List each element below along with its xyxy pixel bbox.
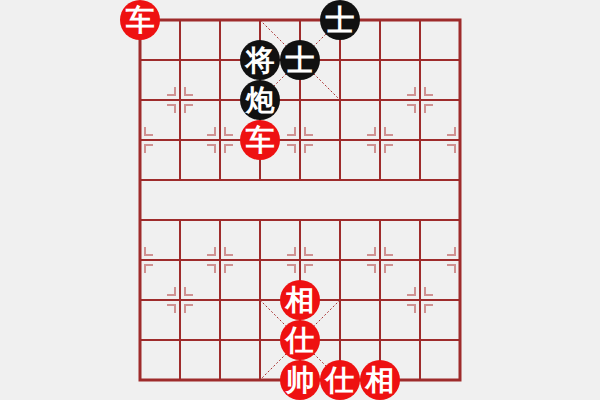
xiangqi-board: 车士将士炮车相仕帅仕相 (120, 0, 480, 400)
piece-grid: 车士将士炮车相仕帅仕相 (120, 0, 480, 400)
black-advisor-piece[interactable]: 士 (280, 40, 320, 80)
black-cannon-piece[interactable]: 炮 (240, 80, 280, 120)
black-general-piece[interactable]: 将 (240, 40, 280, 80)
red-king-piece[interactable]: 帅 (280, 360, 320, 400)
red-elephant-piece[interactable]: 相 (280, 280, 320, 320)
red-advisor-piece[interactable]: 仕 (320, 360, 360, 400)
red-elephant-piece[interactable]: 相 (360, 360, 400, 400)
xiangqi-app: 车士将士炮车相仕帅仕相 (0, 0, 600, 400)
red-chariot-piece[interactable]: 车 (240, 120, 280, 160)
red-advisor-piece[interactable]: 仕 (280, 320, 320, 360)
red-chariot-piece[interactable]: 车 (120, 0, 160, 40)
black-advisor-piece[interactable]: 士 (320, 0, 360, 40)
